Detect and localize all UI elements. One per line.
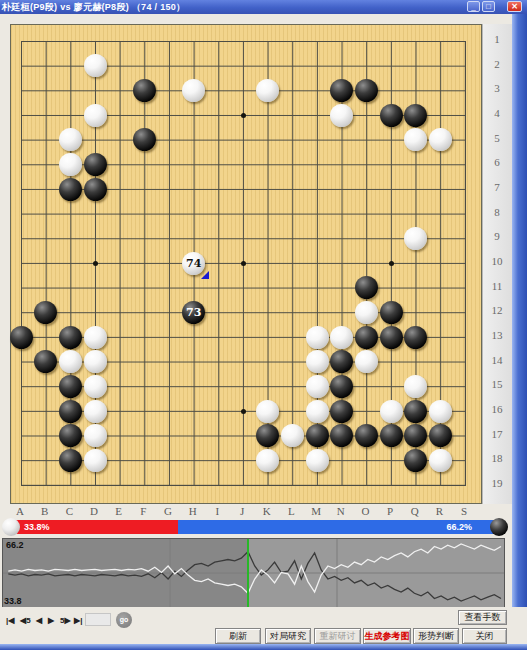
app-window: 朴廷桓(P9段) vs 廖元赫(P8段) （74 / 150） _ □ ✕ 74… [0,0,527,650]
nav-back-icon[interactable]: ◀ [36,616,42,625]
row-label-7: 7 [483,181,511,193]
black-stone [10,326,33,349]
row-label-19: 19 [483,477,511,489]
row-label-2: 2 [483,58,511,70]
white-stone [330,326,353,349]
white-stone [429,128,452,151]
black-stone-move-73: 73 [182,301,205,324]
generate-reference-button[interactable]: 生成参考图 [363,628,411,644]
white-stone [84,375,107,398]
white-stone [355,350,378,373]
white-stone [84,350,107,373]
white-stone [404,227,427,250]
white-stone [306,326,329,349]
white-stone [182,79,205,102]
column-label-Q: Q [406,505,424,517]
graph-black-winrate-label: 66.2 [6,540,24,550]
column-label-J: J [233,505,251,517]
black-stone [330,375,353,398]
black-stone [84,153,107,176]
column-label-M: M [307,505,325,517]
white-stone [84,449,107,472]
nav-forward5-icon[interactable]: 5▶ [60,616,71,625]
star-point [241,113,246,118]
white-stone [355,301,378,324]
column-label-G: G [159,505,177,517]
black-stone [59,178,82,201]
column-label-C: C [60,505,78,517]
black-stone [59,400,82,423]
row-labels: 12345678910111213141516171819 [482,24,512,504]
white-stone [59,153,82,176]
row-label-10: 10 [483,255,511,267]
white-stone [84,326,107,349]
window-border-bottom [0,644,527,650]
white-stone [306,449,329,472]
column-label-N: N [332,505,350,517]
move-number-input[interactable] [85,613,111,626]
black-stone [355,326,378,349]
white-stone [429,449,452,472]
re-discuss-button[interactable]: 重新研讨 [314,628,361,644]
column-label-A: A [11,505,29,517]
black-stone [59,449,82,472]
column-label-F: F [134,505,152,517]
black-stone [306,424,329,447]
row-label-3: 3 [483,82,511,94]
black-stone [84,178,107,201]
nav-first-icon[interactable]: |◀ [6,616,14,625]
white-stone [59,350,82,373]
black-stone [380,301,403,324]
column-label-S: S [455,505,473,517]
row-label-1: 1 [483,33,511,45]
white-stone [256,400,279,423]
column-label-H: H [184,505,202,517]
go-button[interactable]: go [116,612,132,628]
column-label-K: K [258,505,276,517]
game-study-button[interactable]: 对局研究 [265,628,311,644]
black-stone [380,104,403,127]
white-stone [404,375,427,398]
black-stone [380,424,403,447]
white-stone [306,375,329,398]
white-stone [84,54,107,77]
black-stone [429,424,452,447]
white-stone [84,424,107,447]
row-label-12: 12 [483,304,511,316]
black-stone [330,79,353,102]
black-stone [355,79,378,102]
black-stone [380,326,403,349]
row-label-5: 5 [483,132,511,144]
last-move-triangle-icon [201,271,209,279]
column-label-I: I [208,505,226,517]
nav-last-icon[interactable]: ▶| [74,616,82,625]
star-point [241,409,246,414]
control-bar: |◀ ◀5 ◀ ▶ 5▶ ▶| go 查看手数 刷新 对局研究 重新研讨 生成参… [0,607,527,644]
row-label-14: 14 [483,354,511,366]
position-judge-button[interactable]: 形势判断 [413,628,459,644]
black-stone [330,400,353,423]
nav-back5-icon[interactable]: ◀5 [20,616,31,625]
white-stone [306,350,329,373]
black-stone [404,326,427,349]
column-label-D: D [85,505,103,517]
minimize-icon[interactable]: _ [467,1,480,12]
column-label-B: B [36,505,54,517]
winrate-graph-svg [3,539,504,607]
column-label-L: L [282,505,300,517]
close-icon[interactable]: ✕ [507,1,522,12]
row-label-17: 17 [483,428,511,440]
maximize-icon[interactable]: □ [482,1,495,12]
black-winrate-value: 66.2% [446,522,472,532]
row-label-6: 6 [483,156,511,168]
white-stone [84,400,107,423]
row-label-16: 16 [483,403,511,415]
white-winrate-value: 33.8% [24,522,50,532]
row-label-18: 18 [483,452,511,464]
column-label-P: P [381,505,399,517]
star-point [241,261,246,266]
go-board[interactable]: 7473 [10,24,482,504]
white-stone [380,400,403,423]
row-label-4: 4 [483,107,511,119]
black-stone [59,326,82,349]
view-move-numbers-button[interactable]: 查看手数 [458,610,507,625]
row-label-9: 9 [483,230,511,242]
black-stone [404,104,427,127]
white-stone [256,449,279,472]
winrate-bar: 33.8% 66.2% [16,520,496,534]
black-stone [133,128,156,151]
close-button[interactable]: 关闭 [462,628,507,644]
row-label-8: 8 [483,206,511,218]
white-stone [256,79,279,102]
title-bar: 朴廷桓(P9段) vs 廖元赫(P8段) （74 / 150） _ □ ✕ [0,0,527,14]
column-label-R: R [430,505,448,517]
white-stone [281,424,304,447]
column-labels: ABCDEFGHIJKLMNOPQRS [0,505,482,519]
black-stone [404,449,427,472]
black-stone [404,400,427,423]
row-label-11: 11 [483,280,511,292]
black-stone [34,301,57,324]
window-title: 朴廷桓(P9段) vs 廖元赫(P8段) （74 / 150） [2,1,185,14]
black-stone [355,276,378,299]
white-stone-move-74: 74 [182,252,205,275]
white-stone [59,128,82,151]
graph-white-winrate-label: 33.8 [4,596,22,606]
black-stone-icon [490,518,508,536]
white-stone [306,400,329,423]
black-stone [133,79,156,102]
black-stone [355,424,378,447]
black-stone [59,424,82,447]
window-border-right [512,14,527,650]
white-stone [330,104,353,127]
black-stone [59,375,82,398]
nav-forward-icon[interactable]: ▶ [48,616,54,625]
star-point [93,261,98,266]
star-point [389,261,394,266]
column-label-E: E [110,505,128,517]
white-stone [84,104,107,127]
column-label-O: O [356,505,374,517]
row-label-15: 15 [483,378,511,390]
row-label-13: 13 [483,329,511,341]
winrate-graph[interactable]: 66.2 33.8 [2,538,505,608]
white-stone-icon [2,518,20,536]
white-stone [429,400,452,423]
refresh-button[interactable]: 刷新 [215,628,261,644]
